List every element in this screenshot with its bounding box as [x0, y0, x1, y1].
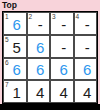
- cell-r3c1[interactable]: 6 6: [3, 58, 27, 81]
- cell-r2c1[interactable]: 5 5: [3, 35, 27, 58]
- cell-value: 6: [28, 60, 50, 79]
- panel-header: Top: [0, 0, 100, 11]
- cell-r4c2[interactable]: 4: [27, 80, 51, 103]
- cell-value: 4: [28, 83, 50, 102]
- cell-value: 5: [4, 38, 26, 57]
- cell-r3c2[interactable]: 6: [27, 58, 51, 81]
- cell-r1c3[interactable]: 3 -: [50, 12, 74, 35]
- cell-r3c3[interactable]: 6: [50, 58, 74, 81]
- cell-r3c4[interactable]: 6: [74, 58, 98, 81]
- cell-r4c4[interactable]: 4: [74, 80, 98, 103]
- cell-value: -: [51, 15, 73, 34]
- cell-r4c3[interactable]: 4: [50, 80, 74, 103]
- panel-title: Top: [2, 0, 17, 10]
- cell-value: 6: [51, 60, 73, 79]
- cell-value: -: [51, 38, 73, 57]
- bottom-black-band: [0, 104, 100, 110]
- cell-value: 6: [4, 15, 26, 34]
- cell-value: -: [28, 15, 50, 34]
- cell-value: -: [75, 15, 97, 34]
- cell-r2c3[interactable]: -: [50, 35, 74, 58]
- cell-value: 6: [75, 60, 97, 79]
- cell-r4c1[interactable]: 7 1: [3, 80, 27, 103]
- cell-value: 4: [51, 83, 73, 102]
- cell-r1c4[interactable]: 4 -: [74, 12, 98, 35]
- cell-value: 6: [4, 60, 26, 79]
- cell-value: -: [75, 38, 97, 57]
- cell-value: 6: [28, 38, 50, 57]
- puzzle-grid: 1 6 2 - 3 - 4 - 5 5 6 - - 6 6 6 6: [2, 11, 98, 104]
- cell-r2c2[interactable]: 6: [27, 35, 51, 58]
- cell-r1c2[interactable]: 2 -: [27, 12, 51, 35]
- cell-value: 4: [75, 83, 97, 102]
- cell-r2c4[interactable]: -: [74, 35, 98, 58]
- cell-value: 1: [4, 83, 26, 102]
- cell-r1c1[interactable]: 1 6: [3, 12, 27, 35]
